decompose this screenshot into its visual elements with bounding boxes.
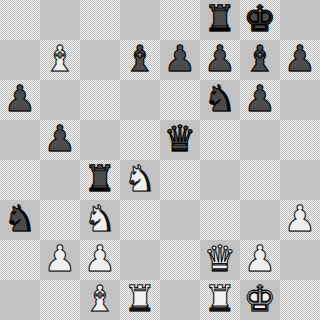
piece-black-pawn: ♟ [204, 39, 236, 79]
square-e2[interactable] [160, 240, 200, 280]
square-f5[interactable] [200, 120, 240, 160]
square-h1[interactable] [280, 280, 320, 320]
square-g8[interactable]: ♚ [240, 0, 280, 40]
square-a5[interactable] [0, 120, 40, 160]
piece-white-knight: ♞ [124, 159, 156, 199]
square-b6[interactable] [40, 80, 80, 120]
square-e3[interactable] [160, 200, 200, 240]
square-a4[interactable] [0, 160, 40, 200]
piece-black-pawn: ♟ [244, 79, 276, 119]
square-h2[interactable] [280, 240, 320, 280]
square-e7[interactable]: ♟ [160, 40, 200, 80]
piece-black-king: ♚ [244, 0, 276, 39]
square-d8[interactable] [120, 0, 160, 40]
square-f1[interactable]: ♜ [200, 280, 240, 320]
square-b8[interactable] [40, 0, 80, 40]
square-b7[interactable]: ♝ [40, 40, 80, 80]
piece-white-king: ♚ [244, 279, 276, 319]
square-b4[interactable] [40, 160, 80, 200]
square-g1[interactable]: ♚ [240, 280, 280, 320]
piece-white-bishop: ♝ [44, 39, 76, 79]
square-e8[interactable] [160, 0, 200, 40]
square-e1[interactable] [160, 280, 200, 320]
piece-black-rook: ♜ [204, 0, 236, 39]
square-a1[interactable] [0, 280, 40, 320]
square-e4[interactable] [160, 160, 200, 200]
square-f7[interactable]: ♟ [200, 40, 240, 80]
piece-white-pawn: ♟ [244, 239, 276, 279]
square-c2[interactable]: ♟ [80, 240, 120, 280]
piece-black-pawn: ♟ [284, 39, 316, 79]
square-g2[interactable]: ♟ [240, 240, 280, 280]
square-d5[interactable] [120, 120, 160, 160]
square-f3[interactable] [200, 200, 240, 240]
piece-white-pawn: ♟ [44, 239, 76, 279]
piece-black-knight: ♞ [204, 79, 236, 119]
piece-white-bishop: ♝ [84, 279, 116, 319]
square-f8[interactable]: ♜ [200, 0, 240, 40]
square-c6[interactable] [80, 80, 120, 120]
square-g5[interactable] [240, 120, 280, 160]
square-c5[interactable] [80, 120, 120, 160]
piece-black-rook: ♜ [84, 159, 116, 199]
square-g6[interactable]: ♟ [240, 80, 280, 120]
square-a2[interactable] [0, 240, 40, 280]
square-a6[interactable]: ♟ [0, 80, 40, 120]
square-b1[interactable] [40, 280, 80, 320]
piece-black-bishop: ♝ [124, 39, 156, 79]
piece-black-pawn: ♟ [164, 39, 196, 79]
square-a3[interactable]: ♞ [0, 200, 40, 240]
piece-black-pawn: ♟ [44, 119, 76, 159]
piece-white-rook: ♜ [204, 279, 236, 319]
piece-black-bishop: ♝ [244, 39, 276, 79]
square-h3[interactable]: ♟ [280, 200, 320, 240]
square-c7[interactable] [80, 40, 120, 80]
square-g4[interactable] [240, 160, 280, 200]
chess-board: ♜♚♝♝♟♟♝♟♟♞♟♟♛♜♞♞♞♟♟♟♛♟♝♜♜♚ [0, 0, 320, 320]
square-d1[interactable]: ♜ [120, 280, 160, 320]
piece-white-knight: ♞ [84, 199, 116, 239]
square-f2[interactable]: ♛ [200, 240, 240, 280]
square-h4[interactable] [280, 160, 320, 200]
square-d6[interactable] [120, 80, 160, 120]
piece-black-knight: ♞ [4, 199, 36, 239]
square-c4[interactable]: ♜ [80, 160, 120, 200]
square-f6[interactable]: ♞ [200, 80, 240, 120]
piece-black-queen: ♛ [164, 119, 196, 159]
square-c8[interactable] [80, 0, 120, 40]
square-h7[interactable]: ♟ [280, 40, 320, 80]
square-e6[interactable] [160, 80, 200, 120]
piece-white-rook: ♜ [124, 279, 156, 319]
piece-black-pawn: ♟ [4, 79, 36, 119]
square-f4[interactable] [200, 160, 240, 200]
square-d7[interactable]: ♝ [120, 40, 160, 80]
square-h6[interactable] [280, 80, 320, 120]
piece-white-queen: ♛ [204, 239, 236, 279]
square-g7[interactable]: ♝ [240, 40, 280, 80]
piece-white-pawn: ♟ [284, 199, 316, 239]
square-d4[interactable]: ♞ [120, 160, 160, 200]
square-e5[interactable]: ♛ [160, 120, 200, 160]
square-c3[interactable]: ♞ [80, 200, 120, 240]
square-b5[interactable]: ♟ [40, 120, 80, 160]
square-b3[interactable] [40, 200, 80, 240]
square-d3[interactable] [120, 200, 160, 240]
square-g3[interactable] [240, 200, 280, 240]
square-d2[interactable] [120, 240, 160, 280]
square-a8[interactable] [0, 0, 40, 40]
square-h8[interactable] [280, 0, 320, 40]
square-h5[interactable] [280, 120, 320, 160]
square-a7[interactable] [0, 40, 40, 80]
square-b2[interactable]: ♟ [40, 240, 80, 280]
piece-white-pawn: ♟ [84, 239, 116, 279]
square-c1[interactable]: ♝ [80, 280, 120, 320]
